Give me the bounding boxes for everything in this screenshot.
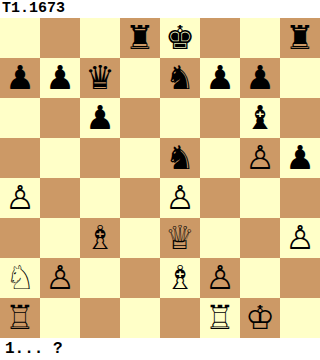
black-pawn-piece: ♟ xyxy=(245,58,275,98)
white-queen-piece: ♕ xyxy=(165,218,195,258)
square-h5[interactable]: ♟ xyxy=(280,138,320,178)
square-c7[interactable]: ♛ xyxy=(80,58,120,98)
white-pawn-piece: ♙ xyxy=(165,178,195,218)
white-knight-piece: ♘ xyxy=(5,258,35,298)
puzzle-id: T1.1673 xyxy=(2,0,65,18)
square-b6[interactable] xyxy=(40,98,80,138)
square-b5[interactable] xyxy=(40,138,80,178)
square-f4[interactable] xyxy=(200,178,240,218)
square-e4[interactable]: ♙ xyxy=(160,178,200,218)
black-pawn-piece: ♟ xyxy=(205,58,235,98)
square-a1[interactable]: ♖ xyxy=(0,298,40,338)
square-e2[interactable]: ♗ xyxy=(160,258,200,298)
white-rook-piece: ♖ xyxy=(205,298,235,338)
square-d8[interactable]: ♜ xyxy=(120,18,160,58)
white-pawn-piece: ♙ xyxy=(285,218,315,258)
white-king-piece: ♔ xyxy=(245,298,275,338)
white-pawn-piece: ♙ xyxy=(5,178,35,218)
puzzle-page: T1.1673 ♜♚♜♟♟♛♞♟♟♟♝♞♙♟♙♙♗♕♙♘♙♗♙♖♖♔ 1... … xyxy=(0,0,320,360)
square-g6[interactable]: ♝ xyxy=(240,98,280,138)
square-f1[interactable]: ♖ xyxy=(200,298,240,338)
square-d6[interactable] xyxy=(120,98,160,138)
square-a7[interactable]: ♟ xyxy=(0,58,40,98)
square-a2[interactable]: ♘ xyxy=(0,258,40,298)
square-h2[interactable] xyxy=(280,258,320,298)
square-e8[interactable]: ♚ xyxy=(160,18,200,58)
black-pawn-piece: ♟ xyxy=(45,58,75,98)
white-rook-piece: ♖ xyxy=(5,298,35,338)
square-a6[interactable] xyxy=(0,98,40,138)
square-b2[interactable]: ♙ xyxy=(40,258,80,298)
square-f7[interactable]: ♟ xyxy=(200,58,240,98)
white-bishop-piece: ♗ xyxy=(85,218,115,258)
square-b3[interactable] xyxy=(40,218,80,258)
square-g8[interactable] xyxy=(240,18,280,58)
square-b1[interactable] xyxy=(40,298,80,338)
move-prompt: 1... ? xyxy=(5,338,63,360)
white-pawn-piece: ♙ xyxy=(45,258,75,298)
square-d7[interactable] xyxy=(120,58,160,98)
square-c3[interactable]: ♗ xyxy=(80,218,120,258)
square-c5[interactable] xyxy=(80,138,120,178)
square-e1[interactable] xyxy=(160,298,200,338)
black-rook-piece: ♜ xyxy=(285,18,315,58)
black-rook-piece: ♜ xyxy=(125,18,155,58)
square-c6[interactable]: ♟ xyxy=(80,98,120,138)
square-c1[interactable] xyxy=(80,298,120,338)
black-queen-piece: ♛ xyxy=(85,58,115,98)
black-bishop-piece: ♝ xyxy=(245,98,275,138)
square-h3[interactable]: ♙ xyxy=(280,218,320,258)
square-a5[interactable] xyxy=(0,138,40,178)
square-f6[interactable] xyxy=(200,98,240,138)
white-bishop-piece: ♗ xyxy=(165,258,195,298)
chess-board: ♜♚♜♟♟♛♞♟♟♟♝♞♙♟♙♙♗♕♙♘♙♗♙♖♖♔ xyxy=(0,18,320,338)
square-c2[interactable] xyxy=(80,258,120,298)
square-g5[interactable]: ♙ xyxy=(240,138,280,178)
square-a8[interactable] xyxy=(0,18,40,58)
square-g1[interactable]: ♔ xyxy=(240,298,280,338)
square-e7[interactable]: ♞ xyxy=(160,58,200,98)
black-pawn-piece: ♟ xyxy=(5,58,35,98)
square-d2[interactable] xyxy=(120,258,160,298)
square-h8[interactable]: ♜ xyxy=(280,18,320,58)
white-pawn-piece: ♙ xyxy=(205,258,235,298)
square-b7[interactable]: ♟ xyxy=(40,58,80,98)
square-g2[interactable] xyxy=(240,258,280,298)
square-f3[interactable] xyxy=(200,218,240,258)
square-d5[interactable] xyxy=(120,138,160,178)
square-f2[interactable]: ♙ xyxy=(200,258,240,298)
square-b4[interactable] xyxy=(40,178,80,218)
square-d1[interactable] xyxy=(120,298,160,338)
black-king-piece: ♚ xyxy=(165,18,195,58)
white-pawn-piece: ♙ xyxy=(245,138,275,178)
black-knight-piece: ♞ xyxy=(165,138,195,178)
square-b8[interactable] xyxy=(40,18,80,58)
square-h1[interactable] xyxy=(280,298,320,338)
square-d4[interactable] xyxy=(120,178,160,218)
black-pawn-piece: ♟ xyxy=(285,138,315,178)
square-e5[interactable]: ♞ xyxy=(160,138,200,178)
square-g3[interactable] xyxy=(240,218,280,258)
square-e3[interactable]: ♕ xyxy=(160,218,200,258)
square-h6[interactable] xyxy=(280,98,320,138)
black-pawn-piece: ♟ xyxy=(85,98,115,138)
square-h7[interactable] xyxy=(280,58,320,98)
square-h4[interactable] xyxy=(280,178,320,218)
square-e6[interactable] xyxy=(160,98,200,138)
square-c4[interactable] xyxy=(80,178,120,218)
square-d3[interactable] xyxy=(120,218,160,258)
square-a4[interactable]: ♙ xyxy=(0,178,40,218)
square-a3[interactable] xyxy=(0,218,40,258)
square-f5[interactable] xyxy=(200,138,240,178)
square-g7[interactable]: ♟ xyxy=(240,58,280,98)
square-c8[interactable] xyxy=(80,18,120,58)
square-f8[interactable] xyxy=(200,18,240,58)
square-g4[interactable] xyxy=(240,178,280,218)
black-knight-piece: ♞ xyxy=(165,58,195,98)
